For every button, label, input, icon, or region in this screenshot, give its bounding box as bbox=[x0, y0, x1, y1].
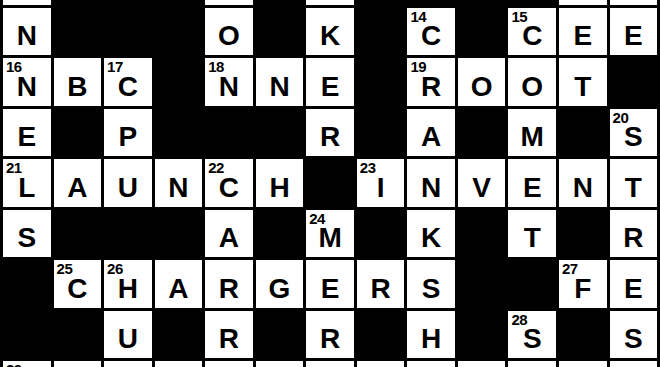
cell-r2c6[interactable]: E bbox=[306, 58, 354, 106]
cell-r8c12[interactable] bbox=[610, 361, 658, 367]
black-cell-r2c7 bbox=[357, 58, 405, 106]
cell-r3c8[interactable]: A bbox=[407, 109, 455, 157]
cell-r6c7[interactable]: R bbox=[357, 260, 405, 308]
cell-r7c8[interactable]: H bbox=[407, 311, 455, 359]
cell-r2c0[interactable]: 16N bbox=[3, 58, 51, 106]
black-cell-r6c10 bbox=[508, 260, 556, 308]
letter-r5c0: S bbox=[17, 224, 36, 257]
cell-r7c6[interactable]: R bbox=[306, 311, 354, 359]
cell-r0c12[interactable] bbox=[610, 0, 658, 5]
cell-r6c8[interactable]: S bbox=[407, 260, 455, 308]
letter-r2c11: T bbox=[574, 73, 591, 106]
black-cell-r5c11 bbox=[559, 210, 607, 258]
letter-r2c5: N bbox=[269, 73, 289, 106]
black-cell-r1c9 bbox=[458, 8, 506, 56]
cell-r4c0[interactable]: 21L bbox=[3, 159, 51, 207]
letter-r4c12: T bbox=[625, 174, 642, 207]
black-cell-r0c3 bbox=[155, 0, 203, 5]
crossword-board: NOK14C15CEE16NB17C18NNE19ROOTEPRAM20S21L… bbox=[0, 0, 660, 367]
clue-number-17: 17 bbox=[107, 59, 123, 75]
cell-r3c0[interactable]: E bbox=[3, 109, 51, 157]
black-cell-r1c1 bbox=[54, 8, 102, 56]
black-cell-r5c3 bbox=[155, 210, 203, 258]
letter-r2c1: B bbox=[67, 73, 87, 106]
black-cell-r0c7 bbox=[357, 0, 405, 5]
letter-r6c4: R bbox=[219, 275, 239, 308]
cell-r4c10[interactable]: E bbox=[508, 159, 556, 207]
letter-r1c10: C bbox=[522, 22, 542, 55]
letter-r7c8: H bbox=[421, 325, 441, 358]
black-cell-r5c9 bbox=[458, 210, 506, 258]
cell-r4c3[interactable]: N bbox=[155, 159, 203, 207]
cell-r4c9[interactable]: V bbox=[458, 159, 506, 207]
cell-r2c4[interactable]: 18N bbox=[205, 58, 253, 106]
black-cell-r1c3 bbox=[155, 8, 203, 56]
letter-r6c3: A bbox=[168, 275, 188, 308]
cell-r5c12[interactable]: R bbox=[610, 210, 658, 258]
cell-r5c10[interactable]: T bbox=[508, 210, 556, 258]
letter-r3c12: S bbox=[624, 123, 643, 156]
black-cell-r1c2 bbox=[104, 8, 152, 56]
letter-r5c10: T bbox=[524, 224, 541, 257]
black-cell-r6c0 bbox=[3, 260, 51, 308]
black-cell-r3c11 bbox=[559, 109, 607, 157]
black-cell-r3c7 bbox=[357, 109, 405, 157]
cell-r4c1[interactable]: A bbox=[54, 159, 102, 207]
clue-number-21: 21 bbox=[6, 160, 22, 176]
black-cell-r4c6 bbox=[306, 159, 354, 207]
cell-r3c2[interactable]: P bbox=[104, 109, 152, 157]
cell-r1c11[interactable]: E bbox=[559, 8, 607, 56]
letter-r1c0: N bbox=[17, 22, 37, 55]
black-cell-r5c5 bbox=[256, 210, 304, 258]
cell-r8c1[interactable] bbox=[54, 361, 102, 367]
letter-r1c11: E bbox=[573, 22, 592, 55]
cell-r8c5[interactable] bbox=[256, 361, 304, 367]
letter-r3c0: E bbox=[17, 123, 36, 156]
cell-r8c10[interactable] bbox=[508, 361, 556, 367]
crossword-grid: NOK14C15CEE16NB17C18NNE19ROOTEPRAM20S21L… bbox=[0, 0, 660, 367]
letter-r6c8: S bbox=[422, 275, 441, 308]
cell-r1c0[interactable]: N bbox=[3, 8, 51, 56]
cell-r6c3[interactable]: A bbox=[155, 260, 203, 308]
letter-r6c5: G bbox=[269, 275, 291, 308]
cell-r4c5[interactable]: H bbox=[256, 159, 304, 207]
cell-r7c2[interactable]: U bbox=[104, 311, 152, 359]
black-cell-r3c4 bbox=[205, 109, 253, 157]
cell-r2c1[interactable]: B bbox=[54, 58, 102, 106]
cell-r8c2[interactable] bbox=[104, 361, 152, 367]
cell-r8c11[interactable] bbox=[559, 361, 607, 367]
letter-r6c2: H bbox=[118, 275, 138, 308]
letter-r5c12: R bbox=[623, 224, 643, 257]
black-cell-r7c7 bbox=[357, 311, 405, 359]
cell-r0c4[interactable] bbox=[205, 0, 253, 5]
letter-r7c10: S bbox=[523, 325, 542, 358]
letter-r4c9: V bbox=[472, 174, 491, 207]
cell-r4c2[interactable]: U bbox=[104, 159, 152, 207]
clue-number-26: 26 bbox=[107, 261, 123, 277]
cell-r1c8[interactable]: 14C bbox=[407, 8, 455, 56]
cell-r8c8[interactable] bbox=[407, 361, 455, 367]
black-cell-r7c1 bbox=[54, 311, 102, 359]
black-cell-r6c9 bbox=[458, 260, 506, 308]
clue-number-16: 16 bbox=[6, 59, 22, 75]
cell-r4c4[interactable]: 22C bbox=[205, 159, 253, 207]
cell-r5c8[interactable]: K bbox=[407, 210, 455, 258]
clue-number-29: 29 bbox=[6, 362, 22, 367]
clue-number-19: 19 bbox=[410, 59, 426, 75]
letter-r7c4: R bbox=[219, 325, 239, 358]
cell-r6c1[interactable]: 25C bbox=[54, 260, 102, 308]
letter-r7c12: S bbox=[624, 325, 643, 358]
clue-number-15: 15 bbox=[511, 9, 527, 25]
black-cell-r1c7 bbox=[357, 8, 405, 56]
black-cell-r0c10 bbox=[508, 0, 556, 5]
letter-r4c10: E bbox=[523, 174, 542, 207]
letter-r6c1: C bbox=[67, 275, 87, 308]
black-cell-r5c7 bbox=[357, 210, 405, 258]
letter-r6c6: E bbox=[321, 275, 340, 308]
letter-r2c6: E bbox=[321, 73, 340, 106]
letter-r3c6: R bbox=[320, 123, 340, 156]
cell-r8c9[interactable] bbox=[458, 361, 506, 367]
black-cell-r2c3 bbox=[155, 58, 203, 106]
cell-r6c4[interactable]: R bbox=[205, 260, 253, 308]
letter-r4c1: A bbox=[67, 174, 87, 207]
letter-r4c11: N bbox=[573, 174, 593, 207]
cell-r6c11[interactable]: 27F bbox=[559, 260, 607, 308]
clue-number-24: 24 bbox=[309, 211, 325, 227]
letter-r6c11: F bbox=[574, 275, 591, 308]
letter-r3c10: M bbox=[521, 123, 544, 156]
letter-r5c4: A bbox=[219, 224, 239, 257]
letter-r5c8: K bbox=[421, 224, 441, 257]
black-cell-r0c5 bbox=[256, 0, 304, 5]
black-cell-r7c11 bbox=[559, 311, 607, 359]
cell-r4c7[interactable]: 23I bbox=[357, 159, 405, 207]
clue-number-14: 14 bbox=[410, 9, 426, 25]
letter-r1c12: E bbox=[624, 22, 643, 55]
clue-number-25: 25 bbox=[57, 261, 73, 277]
letter-r4c0: L bbox=[18, 174, 35, 207]
black-cell-r5c2 bbox=[104, 210, 152, 258]
cell-r8c4[interactable] bbox=[205, 361, 253, 367]
cell-r2c10[interactable]: O bbox=[508, 58, 556, 106]
letter-r2c4: N bbox=[219, 73, 239, 106]
clue-number-22: 22 bbox=[208, 160, 224, 176]
cell-r7c10[interactable]: 28S bbox=[508, 311, 556, 359]
letter-r6c12: E bbox=[624, 275, 643, 308]
cell-r6c2[interactable]: 26H bbox=[104, 260, 152, 308]
letter-r4c3: N bbox=[168, 174, 188, 207]
letter-r1c6: K bbox=[320, 22, 340, 55]
black-cell-r0c1 bbox=[54, 0, 102, 5]
clue-number-27: 27 bbox=[562, 261, 578, 277]
cell-r6c5[interactable]: G bbox=[256, 260, 304, 308]
cell-r0c0[interactable] bbox=[3, 0, 51, 5]
cell-r1c4[interactable]: O bbox=[205, 8, 253, 56]
letter-r4c5: H bbox=[269, 174, 289, 207]
black-cell-r7c5 bbox=[256, 311, 304, 359]
cell-r2c11[interactable]: T bbox=[559, 58, 607, 106]
cell-r5c4[interactable]: A bbox=[205, 210, 253, 258]
cell-r4c12[interactable]: T bbox=[610, 159, 658, 207]
clue-number-23: 23 bbox=[360, 160, 376, 176]
black-cell-r1c5 bbox=[256, 8, 304, 56]
black-cell-r0c9 bbox=[458, 0, 506, 5]
black-cell-r0c8 bbox=[407, 0, 455, 5]
clue-number-28: 28 bbox=[511, 312, 527, 328]
black-cell-r7c9 bbox=[458, 311, 506, 359]
cell-r1c6[interactable]: K bbox=[306, 8, 354, 56]
cell-r1c12[interactable]: E bbox=[610, 8, 658, 56]
clue-number-18: 18 bbox=[208, 59, 224, 75]
black-cell-r7c3 bbox=[155, 311, 203, 359]
cell-r2c2[interactable]: 17C bbox=[104, 58, 152, 106]
cell-r6c6[interactable]: E bbox=[306, 260, 354, 308]
cell-r8c3[interactable] bbox=[155, 361, 203, 367]
cell-r7c12[interactable]: S bbox=[610, 311, 658, 359]
black-cell-r3c9 bbox=[458, 109, 506, 157]
letter-r3c2: P bbox=[119, 123, 138, 156]
cell-r8c6[interactable] bbox=[306, 361, 354, 367]
cell-r2c8[interactable]: 19R bbox=[407, 58, 455, 106]
letter-r6c7: R bbox=[370, 275, 390, 308]
letter-r2c8: R bbox=[421, 73, 441, 106]
cell-r3c12[interactable]: 20S bbox=[610, 109, 658, 157]
cell-r0c11[interactable] bbox=[559, 0, 607, 5]
letter-r4c7: I bbox=[377, 174, 385, 207]
cell-r2c5[interactable]: N bbox=[256, 58, 304, 106]
letter-r5c6: M bbox=[318, 224, 341, 257]
cell-r8c7[interactable] bbox=[357, 361, 405, 367]
black-cell-r5c1 bbox=[54, 210, 102, 258]
letter-r4c2: U bbox=[118, 174, 138, 207]
cell-r1c10[interactable]: 15C bbox=[508, 8, 556, 56]
cell-r3c10[interactable]: M bbox=[508, 109, 556, 157]
clue-number-20: 20 bbox=[613, 110, 629, 126]
letter-r2c2: C bbox=[118, 73, 138, 106]
letter-r2c9: O bbox=[471, 73, 493, 106]
cell-r0c6[interactable] bbox=[306, 0, 354, 5]
letter-r3c8: A bbox=[421, 123, 441, 156]
cell-r6c12[interactable]: E bbox=[610, 260, 658, 308]
cell-r8c0[interactable]: 29 bbox=[3, 361, 51, 367]
black-cell-r3c5 bbox=[256, 109, 304, 157]
black-cell-r0c2 bbox=[104, 0, 152, 5]
letter-r1c4: O bbox=[218, 22, 240, 55]
cell-r5c6[interactable]: 24M bbox=[306, 210, 354, 258]
black-cell-r3c1 bbox=[54, 109, 102, 157]
black-cell-r2c12 bbox=[610, 58, 658, 106]
cell-r4c11[interactable]: N bbox=[559, 159, 607, 207]
letter-r2c10: O bbox=[521, 73, 543, 106]
letter-r2c0: N bbox=[17, 73, 37, 106]
letter-r1c8: C bbox=[421, 22, 441, 55]
cell-r3c6[interactable]: R bbox=[306, 109, 354, 157]
cell-r7c4[interactable]: R bbox=[205, 311, 253, 359]
cell-r4c8[interactable]: N bbox=[407, 159, 455, 207]
cell-r5c0[interactable]: S bbox=[3, 210, 51, 258]
black-cell-r7c0 bbox=[3, 311, 51, 359]
letter-r4c4: C bbox=[219, 174, 239, 207]
letter-r7c6: R bbox=[320, 325, 340, 358]
letter-r7c2: U bbox=[118, 325, 138, 358]
cell-r2c9[interactable]: O bbox=[458, 58, 506, 106]
letter-r4c8: N bbox=[421, 174, 441, 207]
black-cell-r3c3 bbox=[155, 109, 203, 157]
